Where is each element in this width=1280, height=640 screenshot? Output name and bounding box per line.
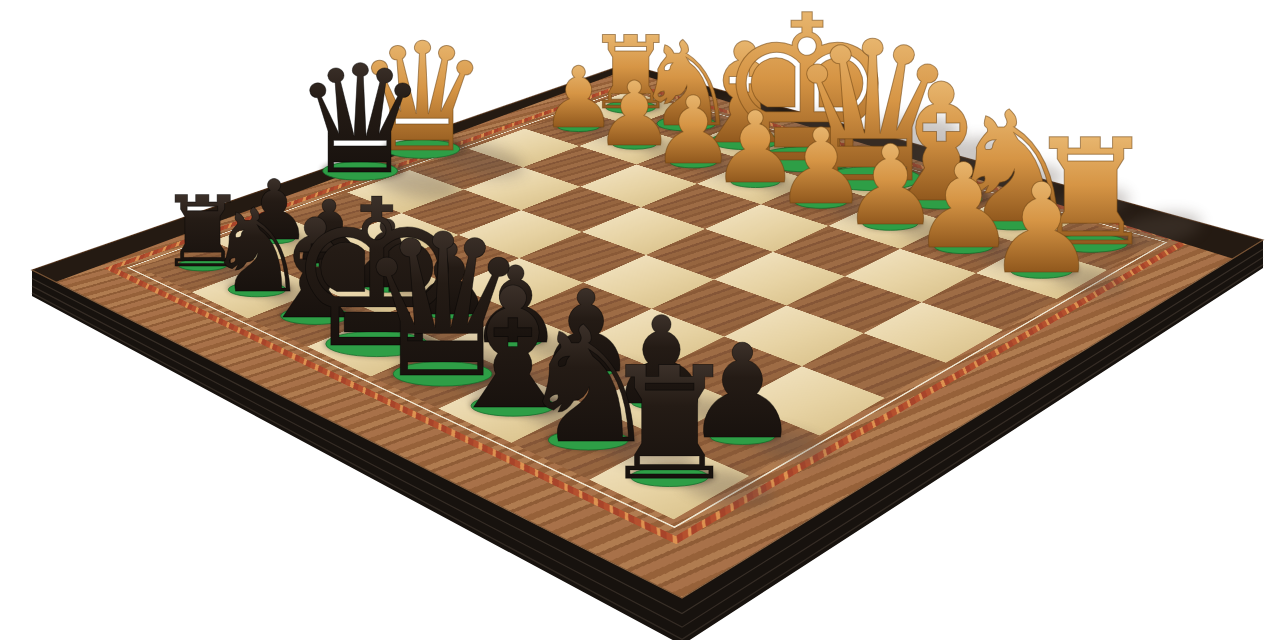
chess-set-product-photo: ♜♞♟♝♟♛♚♟♛♛♟♝♟♞♟♟♜♟♟♜♟♟♞♟♝♟♚♟♛♟♝♟♞♜ [0, 0, 1280, 640]
chessboard [32, 64, 1263, 598]
board-squares-grid [139, 91, 1154, 519]
